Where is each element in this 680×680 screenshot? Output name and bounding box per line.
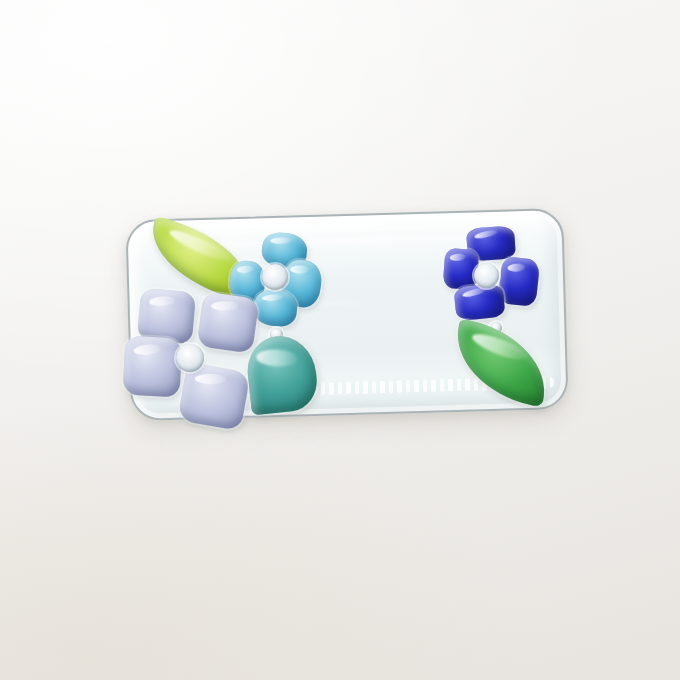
flower-center-bead xyxy=(176,344,204,372)
lavender-petal-bottom-right xyxy=(177,362,250,431)
photo-scene xyxy=(0,0,680,680)
flower-center-bead xyxy=(474,263,499,288)
cobalt-petal-left xyxy=(443,248,480,290)
lavender-petal-top-right xyxy=(196,291,259,353)
lavender-petal-bottom-left xyxy=(122,336,182,398)
cobalt-hydrangea-flower xyxy=(440,224,546,338)
cobalt-petal-bottom xyxy=(453,283,505,322)
cobalt-petal-right xyxy=(498,256,541,307)
